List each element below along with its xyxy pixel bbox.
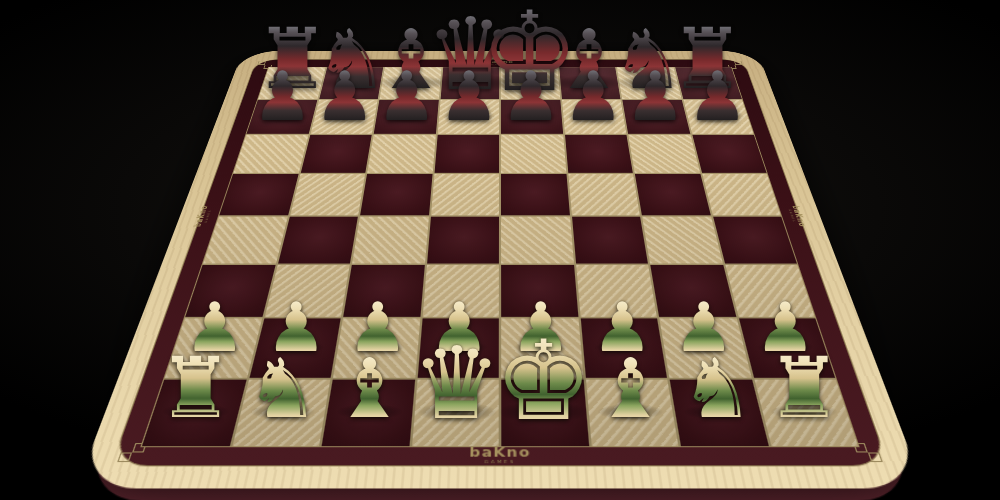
king-icon: ♚	[494, 326, 593, 436]
queen-icon: ♛	[412, 334, 502, 434]
pawn-icon: ♟	[563, 63, 624, 131]
bishop-icon: ♝	[594, 348, 668, 430]
rook-icon: ♜	[158, 346, 233, 430]
bishop-icon: ♝	[333, 348, 407, 430]
knight-icon: ♞	[681, 348, 755, 430]
pawn-icon: ♟	[625, 63, 686, 131]
pawn-icon: ♟	[687, 63, 748, 131]
pawn-icon: ♟	[252, 63, 313, 131]
pawn-icon: ♟	[438, 63, 499, 131]
knight-icon: ♞	[246, 348, 320, 430]
pieces-layer: ♜♞♝♛♚♝♞♜♟♟♟♟♟♟♟♟♟♟♟♟♟♟♟♟♜♞♝♛♚♝♞♜	[0, 0, 1000, 500]
game-stage: baKno GAMES baKno GAMES baKno GAMES baKn…	[0, 0, 1000, 500]
pawn-icon: ♟	[501, 63, 562, 131]
rook-icon: ♜	[767, 346, 842, 430]
pawn-icon: ♟	[376, 63, 437, 131]
pawn-icon: ♟	[314, 63, 375, 131]
